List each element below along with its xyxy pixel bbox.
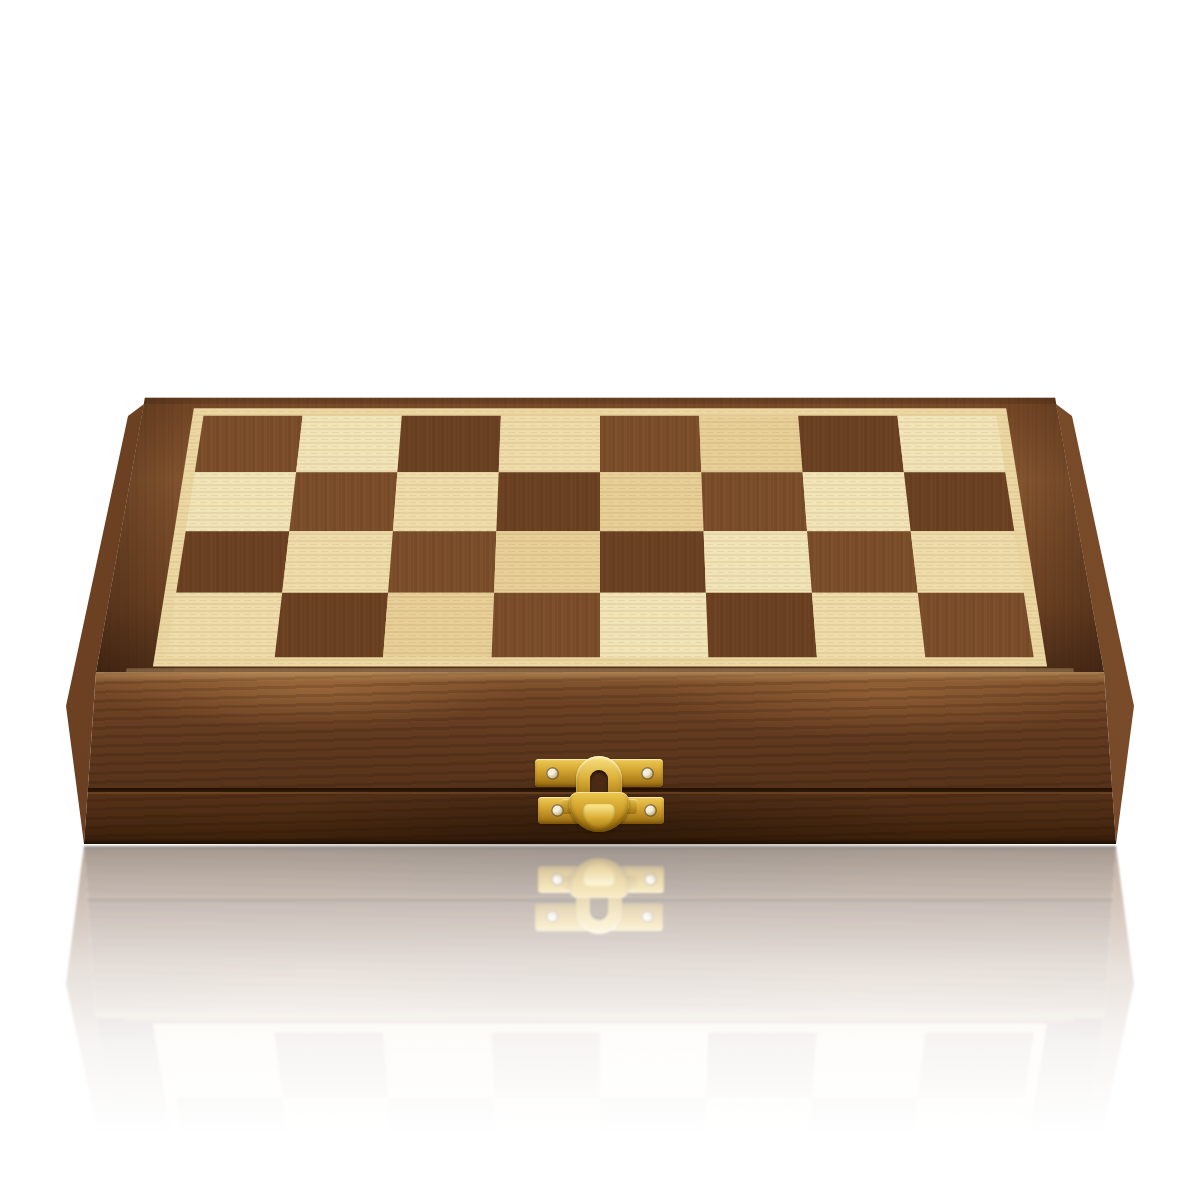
product-photo-stage [0,0,1200,1200]
reflection-fade [0,845,1200,1200]
latch-screw [551,804,564,817]
floor-reflection [0,845,1200,1200]
latch-screw [644,804,657,817]
latch-screw [641,767,654,780]
latch-screw [546,767,559,780]
